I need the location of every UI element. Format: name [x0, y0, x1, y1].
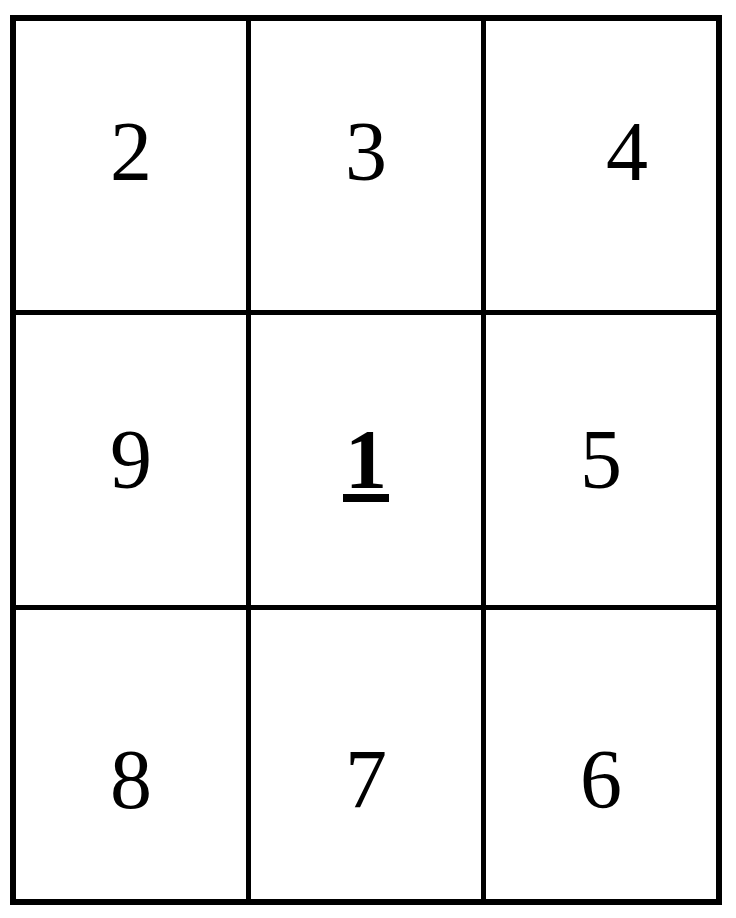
- cell-r1c1-highlighted: 1: [251, 315, 481, 604]
- highlighted-cell-value: 1: [345, 418, 387, 502]
- number-grid-board: 2 3 4 9 1 5 8 7 6: [10, 15, 722, 905]
- cell-value: 3: [345, 110, 387, 194]
- cell-r0c1: 3: [251, 21, 481, 310]
- cell-r2c2: 6: [486, 610, 716, 899]
- cell-r1c0: 9: [16, 315, 246, 604]
- cell-value: 7: [345, 738, 387, 822]
- cell-value: 5: [580, 418, 622, 502]
- cell-r1c2: 5: [486, 315, 716, 604]
- cell-value: 9: [110, 418, 152, 502]
- cell-value: 4: [606, 110, 648, 194]
- cell-value: 2: [110, 110, 152, 194]
- cell-r2c1: 7: [251, 610, 481, 899]
- cell-value: 8: [110, 738, 152, 822]
- cell-r2c0: 8: [16, 610, 246, 899]
- cell-value: 6: [580, 738, 622, 822]
- cell-r0c2: 4: [486, 21, 716, 310]
- cell-r0c0: 2: [16, 21, 246, 310]
